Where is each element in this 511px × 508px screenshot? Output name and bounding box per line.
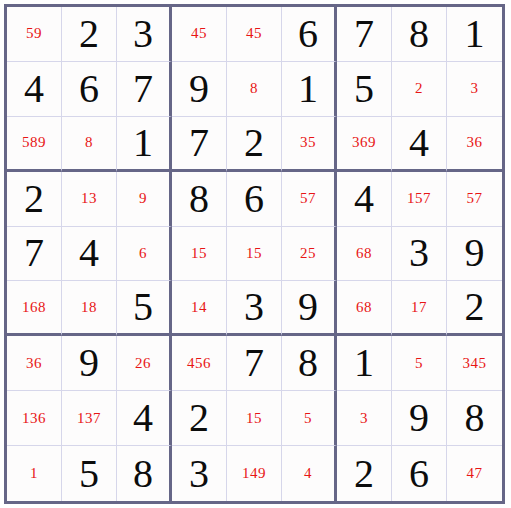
given-digit: 1: [354, 343, 374, 383]
cell-r6c6[interactable]: 9: [282, 281, 337, 336]
given-digit: 2: [354, 454, 374, 494]
cell-r6c2[interactable]: 18: [62, 281, 117, 336]
cell-r1c4[interactable]: 45: [172, 7, 227, 62]
candidate-digits: 15: [191, 246, 207, 261]
candidate-digits: 9: [139, 191, 147, 206]
cell-r3c6[interactable]: 35: [282, 117, 337, 172]
cell-r9c5[interactable]: 149: [227, 446, 282, 501]
candidate-digits: 3: [471, 81, 479, 96]
candidate-digits: 17: [411, 300, 427, 315]
cell-r9c3[interactable]: 8: [117, 446, 172, 501]
given-digit: 6: [409, 454, 429, 494]
candidate-digits: 136: [22, 411, 46, 426]
cell-r1c3[interactable]: 3: [117, 7, 172, 62]
cell-r6c8[interactable]: 17: [392, 281, 447, 336]
cell-r7c3[interactable]: 26: [117, 336, 172, 391]
cell-r5c7[interactable]: 68: [337, 227, 392, 282]
given-digit: 8: [133, 454, 153, 494]
candidate-digits: 1: [30, 466, 38, 481]
given-digit: 9: [298, 287, 318, 327]
candidate-digits: 456: [187, 356, 211, 371]
cell-r9c4[interactable]: 3: [172, 446, 227, 501]
given-digit: 2: [244, 123, 264, 163]
cell-r4c3[interactable]: 9: [117, 172, 172, 227]
given-digit: 4: [409, 123, 429, 163]
cell-r2c1[interactable]: 4: [7, 62, 62, 117]
given-digit: 4: [354, 179, 374, 219]
cell-r7c8[interactable]: 5: [392, 336, 447, 391]
given-digit: 8: [465, 398, 485, 438]
sudoku-board: 5923454567814679815235898172353694362139…: [4, 4, 505, 504]
cell-r5c4[interactable]: 15: [172, 227, 227, 282]
cell-r9c8[interactable]: 6: [392, 446, 447, 501]
given-digit: 8: [189, 179, 209, 219]
cell-r3c8[interactable]: 4: [392, 117, 447, 172]
candidate-digits: 157: [407, 191, 431, 206]
candidate-digits: 589: [22, 135, 46, 150]
given-digit: 6: [244, 179, 264, 219]
candidate-digits: 25: [300, 246, 316, 261]
given-digit: 1: [133, 123, 153, 163]
cell-r7c2[interactable]: 9: [62, 336, 117, 391]
cell-r1c9[interactable]: 1: [447, 7, 502, 62]
cell-r9c2[interactable]: 5: [62, 446, 117, 501]
candidate-digits: 8: [85, 135, 93, 150]
cell-r9c9[interactable]: 47: [447, 446, 502, 501]
cell-r3c9[interactable]: 36: [447, 117, 502, 172]
given-digit: 9: [189, 69, 209, 109]
given-digit: 3: [133, 14, 153, 54]
given-digit: 2: [189, 398, 209, 438]
given-digit: 7: [24, 233, 44, 273]
given-digit: 5: [79, 454, 99, 494]
cell-r6c4[interactable]: 14: [172, 281, 227, 336]
cell-r4c6[interactable]: 57: [282, 172, 337, 227]
cell-r1c5[interactable]: 45: [227, 7, 282, 62]
cell-r8c4[interactable]: 2: [172, 391, 227, 446]
cell-r5c5[interactable]: 15: [227, 227, 282, 282]
given-digit: 9: [465, 233, 485, 273]
cell-r9c6[interactable]: 4: [282, 446, 337, 501]
cell-r4c4[interactable]: 8: [172, 172, 227, 227]
cell-r4c2[interactable]: 13: [62, 172, 117, 227]
cell-r8c6[interactable]: 5: [282, 391, 337, 446]
candidate-digits: 8: [250, 81, 258, 96]
cell-r1c6[interactable]: 6: [282, 7, 337, 62]
cell-r5c6[interactable]: 25: [282, 227, 337, 282]
given-digit: 4: [79, 233, 99, 273]
candidate-digits: 45: [191, 26, 207, 41]
cell-r5c8[interactable]: 3: [392, 227, 447, 282]
cell-r1c2[interactable]: 2: [62, 7, 117, 62]
cell-r4c1[interactable]: 2: [7, 172, 62, 227]
candidate-digits: 68: [356, 300, 372, 315]
cell-r1c7[interactable]: 7: [337, 7, 392, 62]
cell-r3c4[interactable]: 7: [172, 117, 227, 172]
candidate-digits: 168: [22, 300, 46, 315]
cell-r9c7[interactable]: 2: [337, 446, 392, 501]
cell-r3c1[interactable]: 589: [7, 117, 62, 172]
candidate-digits: 47: [467, 466, 483, 481]
cell-r7c9[interactable]: 345: [447, 336, 502, 391]
candidate-digits: 57: [300, 191, 316, 206]
candidate-digits: 26: [135, 356, 151, 371]
cell-r7c4[interactable]: 456: [172, 336, 227, 391]
candidate-digits: 3: [360, 411, 368, 426]
candidate-digits: 13: [81, 191, 97, 206]
cell-r2c4[interactable]: 9: [172, 62, 227, 117]
cell-r5c1[interactable]: 7: [7, 227, 62, 282]
cell-r7c7[interactable]: 1: [337, 336, 392, 391]
cell-r8c5[interactable]: 15: [227, 391, 282, 446]
given-digit: 7: [133, 69, 153, 109]
cell-r1c1[interactable]: 59: [7, 7, 62, 62]
given-digit: 6: [79, 69, 99, 109]
given-digit: 5: [133, 287, 153, 327]
given-digit: 9: [79, 343, 99, 383]
candidate-digits: 35: [300, 135, 316, 150]
cell-r5c2[interactable]: 4: [62, 227, 117, 282]
given-digit: 4: [133, 398, 153, 438]
candidate-digits: 2: [415, 81, 423, 96]
given-digit: 8: [409, 14, 429, 54]
candidate-digits: 68: [356, 246, 372, 261]
given-digit: 7: [189, 123, 209, 163]
candidate-digits: 15: [246, 411, 262, 426]
cell-r2c8[interactable]: 2: [392, 62, 447, 117]
cell-r9c1[interactable]: 1: [7, 446, 62, 501]
cell-r6c5[interactable]: 3: [227, 281, 282, 336]
candidate-digits: 137: [77, 411, 101, 426]
candidate-digits: 59: [26, 26, 42, 41]
cell-r4c9[interactable]: 57: [447, 172, 502, 227]
cell-r2c9[interactable]: 3: [447, 62, 502, 117]
given-digit: 9: [409, 398, 429, 438]
cell-r4c5[interactable]: 6: [227, 172, 282, 227]
cell-r8c8[interactable]: 9: [392, 391, 447, 446]
candidate-digits: 369: [352, 135, 376, 150]
cell-r7c5[interactable]: 7: [227, 336, 282, 391]
cell-r4c8[interactable]: 157: [392, 172, 447, 227]
cell-r7c6[interactable]: 8: [282, 336, 337, 391]
cell-r1c8[interactable]: 8: [392, 7, 447, 62]
cell-r6c7[interactable]: 68: [337, 281, 392, 336]
cell-r7c1[interactable]: 36: [7, 336, 62, 391]
given-digit: 1: [298, 69, 318, 109]
given-digit: 7: [354, 14, 374, 54]
given-digit: 3: [244, 287, 264, 327]
candidate-digits: 5: [415, 356, 423, 371]
cell-r3c3[interactable]: 1: [117, 117, 172, 172]
cell-r6c3[interactable]: 5: [117, 281, 172, 336]
cell-r8c7[interactable]: 3: [337, 391, 392, 446]
given-digit: 4: [24, 69, 44, 109]
candidate-digits: 18: [81, 300, 97, 315]
cell-r8c3[interactable]: 4: [117, 391, 172, 446]
given-digit: 5: [354, 69, 374, 109]
given-digit: 2: [465, 287, 485, 327]
cell-r8c1[interactable]: 136: [7, 391, 62, 446]
candidate-digits: 5: [304, 411, 312, 426]
cell-r3c5[interactable]: 2: [227, 117, 282, 172]
cell-r8c2[interactable]: 137: [62, 391, 117, 446]
cell-r2c3[interactable]: 7: [117, 62, 172, 117]
given-digit: 3: [409, 233, 429, 273]
candidate-digits: 4: [304, 466, 312, 481]
given-digit: 3: [189, 454, 209, 494]
cell-r3c2[interactable]: 8: [62, 117, 117, 172]
given-digit: 7: [244, 343, 264, 383]
candidate-digits: 14: [191, 300, 207, 315]
cell-r2c5[interactable]: 8: [227, 62, 282, 117]
given-digit: 6: [298, 14, 318, 54]
cell-r2c7[interactable]: 5: [337, 62, 392, 117]
candidate-digits: 36: [26, 356, 42, 371]
given-digit: 1: [465, 14, 485, 54]
given-digit: 8: [298, 343, 318, 383]
candidate-digits: 36: [467, 135, 483, 150]
candidate-digits: 6: [139, 246, 147, 261]
candidate-digits: 149: [242, 466, 266, 481]
given-digit: 2: [79, 14, 99, 54]
cell-r6c9[interactable]: 2: [447, 281, 502, 336]
candidate-digits: 57: [467, 191, 483, 206]
candidate-digits: 45: [246, 26, 262, 41]
given-digit: 2: [24, 179, 44, 219]
cell-r6c1[interactable]: 168: [7, 281, 62, 336]
cell-r3c7[interactable]: 369: [337, 117, 392, 172]
cell-r2c2[interactable]: 6: [62, 62, 117, 117]
cell-r8c9[interactable]: 8: [447, 391, 502, 446]
candidate-digits: 15: [246, 246, 262, 261]
cell-r5c9[interactable]: 9: [447, 227, 502, 282]
cell-r4c7[interactable]: 4: [337, 172, 392, 227]
cell-r5c3[interactable]: 6: [117, 227, 172, 282]
cell-r2c6[interactable]: 1: [282, 62, 337, 117]
candidate-digits: 345: [463, 356, 487, 371]
